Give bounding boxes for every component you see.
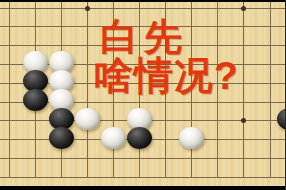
- grid-line-horizontal: [0, 45, 285, 46]
- grid-line-horizontal: [0, 177, 285, 178]
- grid-line-vertical: [139, 2, 140, 177]
- grid-line-horizontal: [0, 158, 285, 159]
- white-stone: [179, 127, 204, 149]
- screenshot-root: 白先 啥情况?: [0, 0, 285, 190]
- black-stone: [23, 89, 48, 111]
- grid-line-horizontal: [0, 26, 285, 27]
- grid-line-vertical: [191, 2, 192, 177]
- black-stone: [127, 127, 152, 149]
- star-point: [85, 6, 90, 11]
- white-stone: [75, 108, 100, 130]
- grid-line-vertical: [87, 2, 88, 177]
- top-letterbox-bar: [0, 0, 285, 2]
- grid-line-vertical: [165, 2, 166, 177]
- grid-line-vertical: [113, 2, 114, 177]
- star-point: [241, 118, 246, 123]
- bottom-letterbox-bar: [0, 186, 285, 190]
- grid-line-vertical: [217, 2, 218, 177]
- go-board[interactable]: [0, 0, 285, 190]
- white-stone: [101, 127, 126, 149]
- star-point: [241, 6, 246, 11]
- grid-line-vertical: [270, 2, 271, 177]
- grid-line-vertical: [243, 2, 244, 177]
- black-stone: [49, 127, 74, 149]
- grid-line-vertical: [9, 2, 10, 177]
- black-stone: [277, 108, 286, 130]
